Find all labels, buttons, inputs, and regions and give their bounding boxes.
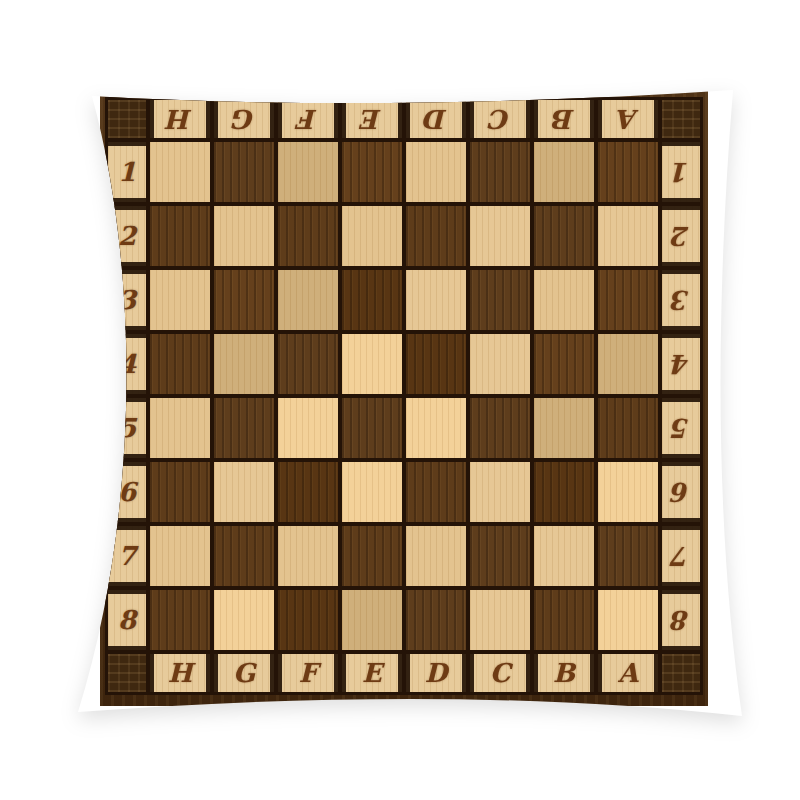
square-b5: [534, 398, 594, 458]
square-h2: [150, 206, 210, 266]
square-c4: [470, 334, 530, 394]
square-f4: [278, 334, 338, 394]
square-b8: [534, 590, 594, 650]
square-h6: [150, 462, 210, 522]
square-a4: [598, 334, 658, 394]
square-d4: [406, 334, 466, 394]
file-label-text: E: [362, 106, 382, 132]
square-b7: [534, 526, 594, 586]
square-c1: [470, 142, 530, 202]
square-e3: [342, 270, 402, 330]
square-b3: [534, 270, 594, 330]
corner-bottom-left: [108, 654, 146, 692]
pillow: HGFEDCBA1122334455667788HGFEDCBA: [0, 0, 800, 800]
file-label-top-a: A: [598, 100, 658, 138]
rank-label-left-6: 6: [108, 462, 146, 522]
file-label-bottom-d: D: [406, 654, 466, 692]
rank-label-left-5: 5: [108, 398, 146, 458]
square-a8: [598, 590, 658, 650]
rank-label-right-5: 5: [662, 398, 700, 458]
square-a3: [598, 270, 658, 330]
board-grid: HGFEDCBA1122334455667788HGFEDCBA: [108, 100, 700, 692]
square-a6: [598, 462, 658, 522]
rank-label-text: 5: [672, 415, 690, 441]
square-e2: [342, 206, 402, 266]
square-d1: [406, 142, 466, 202]
square-a7: [598, 526, 658, 586]
square-h7: [150, 526, 210, 586]
file-label-text: A: [618, 660, 638, 686]
rank-label-right-4: 4: [662, 334, 700, 394]
square-a5: [598, 398, 658, 458]
square-b1: [534, 142, 594, 202]
file-label-text: F: [299, 106, 317, 132]
rank-label-text: 1: [118, 159, 136, 185]
rank-label-left-1: 1: [108, 142, 146, 202]
corner-bottom-right: [662, 654, 700, 692]
rank-label-left-4: 4: [108, 334, 146, 394]
square-f8: [278, 590, 338, 650]
rank-label-text: 8: [672, 607, 690, 633]
file-label-bottom-f: F: [278, 654, 338, 692]
file-label-bottom-a: A: [598, 654, 658, 692]
file-label-bottom-e: E: [342, 654, 402, 692]
rank-label-left-7: 7: [108, 526, 146, 586]
square-b2: [534, 206, 594, 266]
square-f5: [278, 398, 338, 458]
rank-label-left-2: 2: [108, 206, 146, 266]
file-label-text: E: [362, 660, 382, 686]
square-d2: [406, 206, 466, 266]
rank-label-text: 6: [118, 479, 136, 505]
rank-label-right-1: 1: [662, 142, 700, 202]
file-label-text: C: [490, 106, 511, 132]
square-f1: [278, 142, 338, 202]
file-label-top-c: C: [470, 100, 530, 138]
square-b4: [534, 334, 594, 394]
rank-label-text: 8: [118, 607, 136, 633]
square-d7: [406, 526, 466, 586]
rank-label-text: 1: [672, 159, 690, 185]
rank-label-text: 6: [672, 479, 690, 505]
square-c2: [470, 206, 530, 266]
square-e8: [342, 590, 402, 650]
square-f7: [278, 526, 338, 586]
square-d8: [406, 590, 466, 650]
square-g6: [214, 462, 274, 522]
square-h1: [150, 142, 210, 202]
square-g4: [214, 334, 274, 394]
file-label-bottom-b: B: [534, 654, 594, 692]
square-c8: [470, 590, 530, 650]
square-g2: [214, 206, 274, 266]
square-f2: [278, 206, 338, 266]
square-c6: [470, 462, 530, 522]
file-label-text: F: [299, 660, 317, 686]
rank-label-text: 4: [672, 351, 690, 377]
rank-label-text: 3: [672, 287, 690, 313]
file-label-text: G: [233, 106, 255, 132]
corner-top-left: [108, 100, 146, 138]
rank-label-text: 5: [118, 415, 136, 441]
rank-label-text: 3: [118, 287, 136, 313]
square-g3: [214, 270, 274, 330]
file-label-top-g: G: [214, 100, 274, 138]
rank-label-right-3: 3: [662, 270, 700, 330]
file-label-top-d: D: [406, 100, 466, 138]
rank-label-right-2: 2: [662, 206, 700, 266]
square-e1: [342, 142, 402, 202]
square-a1: [598, 142, 658, 202]
square-h8: [150, 590, 210, 650]
square-a2: [598, 206, 658, 266]
square-d6: [406, 462, 466, 522]
square-g5: [214, 398, 274, 458]
file-label-text: G: [233, 660, 255, 686]
rank-label-text: 7: [118, 543, 136, 569]
square-e7: [342, 526, 402, 586]
square-c7: [470, 526, 530, 586]
rank-label-text: 7: [672, 543, 690, 569]
file-label-text: A: [618, 106, 638, 132]
file-label-bottom-g: G: [214, 654, 274, 692]
rank-label-right-6: 6: [662, 462, 700, 522]
square-h3: [150, 270, 210, 330]
square-f3: [278, 270, 338, 330]
file-label-top-b: B: [534, 100, 594, 138]
file-label-text: B: [553, 106, 575, 132]
square-g8: [214, 590, 274, 650]
file-label-text: H: [168, 106, 193, 132]
corner-top-right: [662, 100, 700, 138]
file-label-top-f: F: [278, 100, 338, 138]
file-label-text: H: [168, 660, 193, 686]
rank-label-text: 2: [118, 223, 136, 249]
rank-label-right-8: 8: [662, 590, 700, 650]
rank-label-left-3: 3: [108, 270, 146, 330]
file-label-top-e: E: [342, 100, 402, 138]
square-e4: [342, 334, 402, 394]
file-label-top-h: H: [150, 100, 210, 138]
chessboard: HGFEDCBA1122334455667788HGFEDCBA: [100, 90, 708, 706]
rank-label-right-7: 7: [662, 526, 700, 586]
pillow-mockup-scene: HGFEDCBA1122334455667788HGFEDCBA: [0, 0, 800, 800]
file-label-text: D: [425, 660, 448, 686]
square-d3: [406, 270, 466, 330]
square-g7: [214, 526, 274, 586]
square-d5: [406, 398, 466, 458]
file-label-bottom-h: H: [150, 654, 210, 692]
square-g1: [214, 142, 274, 202]
square-c5: [470, 398, 530, 458]
square-h4: [150, 334, 210, 394]
square-e6: [342, 462, 402, 522]
square-e5: [342, 398, 402, 458]
square-c3: [470, 270, 530, 330]
square-b6: [534, 462, 594, 522]
rank-label-text: 2: [672, 223, 690, 249]
file-label-bottom-c: C: [470, 654, 530, 692]
file-label-text: D: [425, 106, 448, 132]
rank-label-text: 4: [118, 351, 136, 377]
rank-label-left-8: 8: [108, 590, 146, 650]
file-label-text: B: [553, 660, 575, 686]
pillow-fabric: HGFEDCBA1122334455667788HGFEDCBA: [0, 0, 800, 800]
file-label-text: C: [490, 660, 511, 686]
square-f6: [278, 462, 338, 522]
square-h5: [150, 398, 210, 458]
